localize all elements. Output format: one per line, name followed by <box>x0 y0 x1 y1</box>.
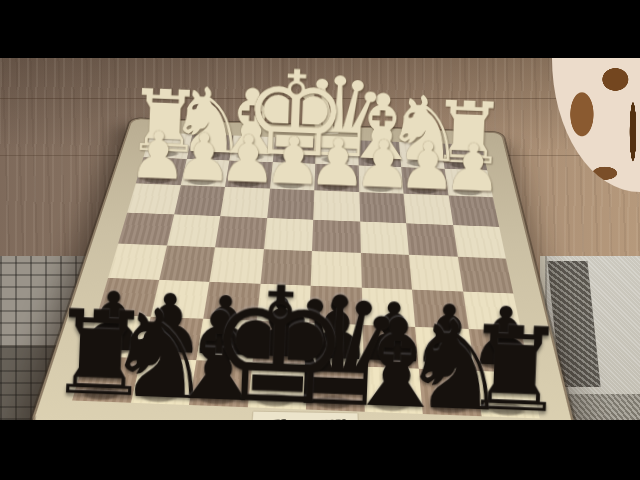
square-a2: ♟ <box>444 169 493 198</box>
square-g4 <box>167 214 221 247</box>
piece-black-knight-b8: ♞ <box>399 303 513 429</box>
rug-right-motif <box>562 394 640 420</box>
piece-black-king-e8: ♚ <box>204 263 353 428</box>
square-e8: ♚ <box>247 362 307 410</box>
square-f4 <box>215 216 267 249</box>
video-frame: Kasparov ♜♞♝♚♛♝♞♜♟♟♟♟♟♟♟♟♟♟♟♟♟♟♟♟♜♞♝♚♛♝♞… <box>0 0 640 480</box>
letterbox-top <box>0 0 640 58</box>
square-a4 <box>453 225 506 259</box>
square-h4 <box>118 212 174 245</box>
square-b2: ♟ <box>401 167 448 196</box>
square-c4 <box>360 221 409 254</box>
piece-white-pawn-a2: ♟ <box>442 135 503 202</box>
square-e4 <box>264 218 314 251</box>
letterbox-bottom <box>0 420 640 480</box>
square-d4 <box>312 219 360 252</box>
square-b4 <box>406 223 457 257</box>
square-b8: ♞ <box>419 368 481 416</box>
